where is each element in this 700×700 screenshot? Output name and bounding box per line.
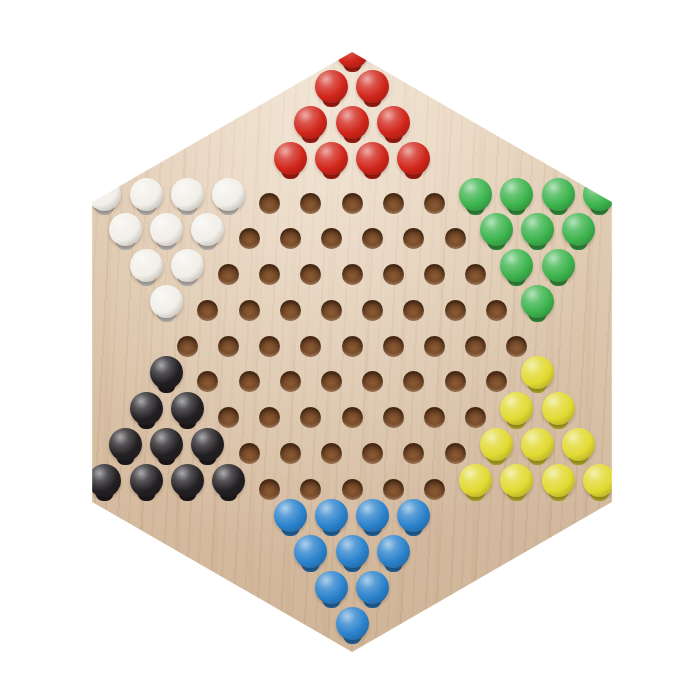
peg-head (315, 142, 348, 175)
peg-head (583, 464, 616, 497)
board-hole[interactable] (239, 228, 260, 249)
peg-head (377, 106, 410, 139)
peg-head (315, 571, 348, 604)
board-hole[interactable] (445, 228, 466, 249)
board-hole[interactable] (280, 443, 301, 464)
peg-head (480, 213, 513, 246)
board-hole[interactable] (465, 407, 486, 428)
board-hole[interactable] (445, 300, 466, 321)
peg-red[interactable] (274, 142, 307, 186)
board-hole[interactable] (197, 300, 218, 321)
board-hole[interactable] (465, 264, 486, 285)
peg-head (356, 70, 389, 103)
peg-head (521, 428, 554, 461)
peg-blue[interactable] (336, 607, 369, 651)
board-hole[interactable] (321, 371, 342, 392)
peg-head (294, 106, 327, 139)
peg-head (150, 356, 183, 389)
board-hole[interactable] (424, 479, 445, 500)
board-hole[interactable] (342, 193, 363, 214)
board-hole[interactable] (403, 371, 424, 392)
peg-head (542, 464, 575, 497)
board-hole[interactable] (177, 336, 198, 357)
chinese-checkers-board (0, 0, 700, 700)
peg-head (562, 213, 595, 246)
peg-head (459, 464, 492, 497)
peg-black[interactable] (130, 464, 163, 508)
peg-head (150, 285, 183, 318)
peg-head (274, 142, 307, 175)
board-hole[interactable] (362, 371, 383, 392)
board-hole[interactable] (342, 479, 363, 500)
board-hole[interactable] (424, 193, 445, 214)
board-hole[interactable] (300, 264, 321, 285)
board-hole[interactable] (197, 371, 218, 392)
peg-head (315, 70, 348, 103)
peg-head (336, 35, 369, 68)
board-hole[interactable] (486, 371, 507, 392)
board-hole[interactable] (321, 300, 342, 321)
board-hole[interactable] (259, 193, 280, 214)
board-hole[interactable] (486, 300, 507, 321)
peg-head (294, 535, 327, 568)
board-hole[interactable] (445, 443, 466, 464)
peg-yellow[interactable] (500, 464, 533, 508)
peg-head (336, 106, 369, 139)
product-photo-scene (0, 0, 700, 700)
peg-head (562, 428, 595, 461)
peg-head (356, 571, 389, 604)
peg-head (171, 464, 204, 497)
peg-head (88, 464, 121, 497)
board-hole[interactable] (383, 193, 404, 214)
peg-head (191, 428, 224, 461)
board-hole[interactable] (342, 407, 363, 428)
peg-head (459, 178, 492, 211)
peg-yellow[interactable] (459, 464, 492, 508)
board-hole[interactable] (506, 336, 527, 357)
peg-head (500, 392, 533, 425)
board-hole[interactable] (424, 336, 445, 357)
board-hole[interactable] (424, 264, 445, 285)
board-hole[interactable] (218, 407, 239, 428)
peg-head (521, 356, 554, 389)
peg-black[interactable] (212, 464, 245, 508)
peg-head (500, 178, 533, 211)
peg-yellow[interactable] (583, 464, 616, 508)
board-hole[interactable] (383, 479, 404, 500)
peg-head (88, 178, 121, 211)
peg-head (109, 428, 142, 461)
peg-head (171, 249, 204, 282)
board-hole[interactable] (362, 443, 383, 464)
board-hole[interactable] (383, 336, 404, 357)
board-hole[interactable] (300, 407, 321, 428)
board-hole[interactable] (259, 479, 280, 500)
board-hole[interactable] (280, 300, 301, 321)
board-hole[interactable] (362, 300, 383, 321)
peg-head (171, 392, 204, 425)
peg-head (500, 464, 533, 497)
board-hole[interactable] (403, 443, 424, 464)
peg-head (397, 142, 430, 175)
peg-head (212, 464, 245, 497)
peg-head (356, 499, 389, 532)
board-hole[interactable] (383, 407, 404, 428)
peg-green[interactable] (521, 285, 554, 329)
board-hole[interactable] (383, 264, 404, 285)
peg-head (109, 213, 142, 246)
peg-head (336, 607, 369, 640)
peg-black[interactable] (88, 464, 121, 508)
board-hole[interactable] (362, 228, 383, 249)
peg-white[interactable] (150, 285, 183, 329)
board-hole[interactable] (300, 193, 321, 214)
peg-head (130, 464, 163, 497)
peg-head (315, 499, 348, 532)
peg-head (356, 142, 389, 175)
board-hole[interactable] (342, 264, 363, 285)
board-hole[interactable] (321, 443, 342, 464)
peg-head (130, 392, 163, 425)
peg-yellow[interactable] (542, 464, 575, 508)
peg-black[interactable] (171, 464, 204, 508)
board-hole[interactable] (342, 336, 363, 357)
peg-head (150, 213, 183, 246)
peg-head (336, 535, 369, 568)
board-hole[interactable] (300, 336, 321, 357)
board-hole[interactable] (403, 300, 424, 321)
board-hole[interactable] (424, 407, 445, 428)
board-hole[interactable] (218, 264, 239, 285)
board-hole[interactable] (300, 479, 321, 500)
peg-red[interactable] (356, 142, 389, 186)
peg-head (521, 213, 554, 246)
peg-head (500, 249, 533, 282)
peg-head (521, 285, 554, 318)
peg-head (274, 499, 307, 532)
peg-head (397, 499, 430, 532)
peg-head (542, 392, 575, 425)
peg-head (480, 428, 513, 461)
board-hole[interactable] (218, 336, 239, 357)
board-hole[interactable] (239, 443, 260, 464)
peg-head (130, 249, 163, 282)
board-hole[interactable] (259, 264, 280, 285)
board-hole[interactable] (445, 371, 466, 392)
board-hole[interactable] (259, 336, 280, 357)
board-hole[interactable] (465, 336, 486, 357)
board-hole[interactable] (403, 228, 424, 249)
peg-head (583, 178, 616, 211)
peg-head (377, 535, 410, 568)
board-hole[interactable] (239, 371, 260, 392)
peg-head (150, 428, 183, 461)
board-hole[interactable] (321, 228, 342, 249)
peg-red[interactable] (315, 142, 348, 186)
peg-head (191, 213, 224, 246)
peg-head (542, 249, 575, 282)
board-hole[interactable] (280, 228, 301, 249)
peg-head (212, 178, 245, 211)
board-hole[interactable] (239, 300, 260, 321)
peg-head (542, 178, 575, 211)
peg-red[interactable] (397, 142, 430, 186)
board-hole[interactable] (259, 407, 280, 428)
peg-head (171, 178, 204, 211)
peg-head (130, 178, 163, 211)
board-hole[interactable] (280, 371, 301, 392)
